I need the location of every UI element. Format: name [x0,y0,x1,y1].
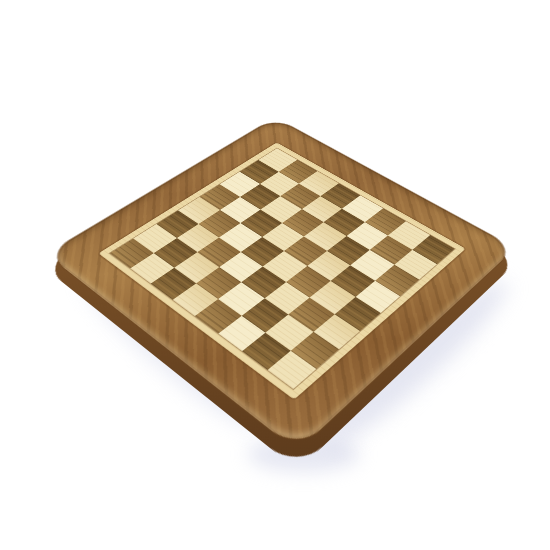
product-photo-background [0,0,550,550]
chess-board [46,117,515,451]
board-frame [46,117,515,451]
